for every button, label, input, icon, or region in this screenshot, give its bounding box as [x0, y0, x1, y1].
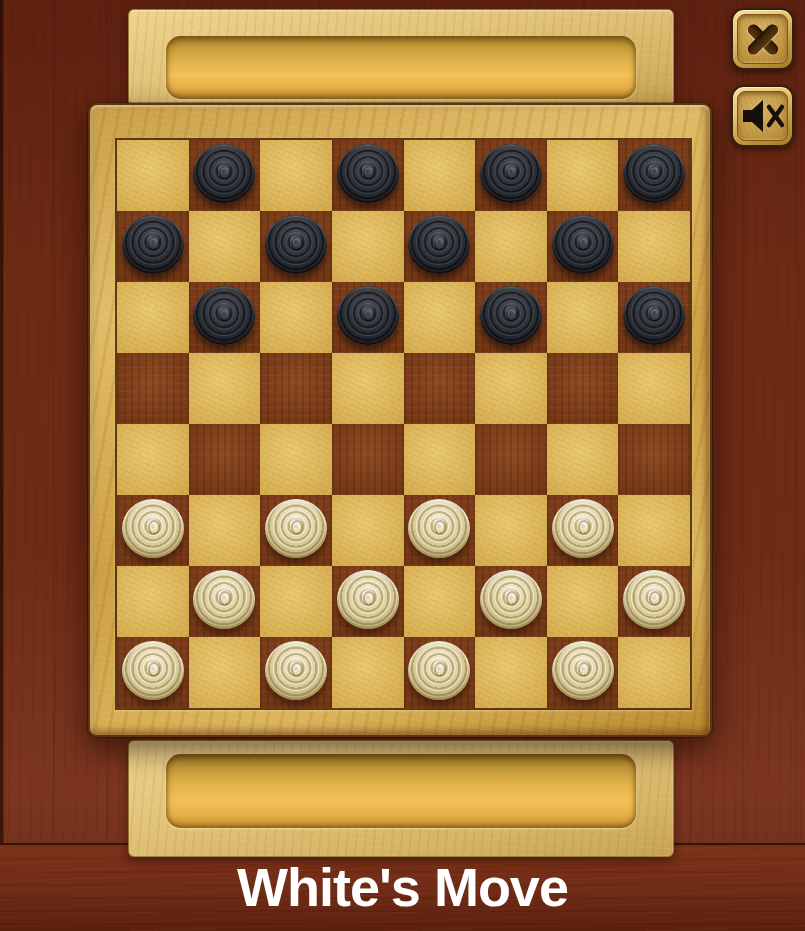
- square-r2c5[interactable]: [404, 211, 476, 282]
- black-piece[interactable]: [480, 286, 542, 345]
- square-r8c7[interactable]: [547, 637, 619, 708]
- square-r8c5[interactable]: [404, 637, 476, 708]
- white-piece[interactable]: [552, 641, 614, 700]
- black-piece[interactable]: [623, 144, 685, 203]
- square-r8c8: [618, 637, 690, 708]
- square-r5c4[interactable]: [332, 424, 404, 495]
- square-r6c3[interactable]: [260, 495, 332, 566]
- square-r4c3[interactable]: [260, 353, 332, 424]
- square-r7c6[interactable]: [475, 566, 547, 637]
- square-r1c4[interactable]: [332, 140, 404, 211]
- square-r8c4: [332, 637, 404, 708]
- black-piece[interactable]: [122, 215, 184, 274]
- white-piece[interactable]: [408, 499, 470, 558]
- square-r3c7: [547, 282, 619, 353]
- square-r7c5: [404, 566, 476, 637]
- square-r5c1: [117, 424, 189, 495]
- black-piece[interactable]: [265, 215, 327, 274]
- black-piece[interactable]: [623, 286, 685, 345]
- white-piece[interactable]: [337, 570, 399, 629]
- square-r3c6[interactable]: [475, 282, 547, 353]
- white-piece[interactable]: [122, 641, 184, 700]
- white-piece[interactable]: [193, 570, 255, 629]
- square-r3c5: [404, 282, 476, 353]
- square-r5c3: [260, 424, 332, 495]
- square-r6c2: [189, 495, 261, 566]
- square-r6c6: [475, 495, 547, 566]
- white-piece[interactable]: [265, 641, 327, 700]
- square-r7c7: [547, 566, 619, 637]
- square-r8c6: [475, 637, 547, 708]
- muted-speaker-icon: [740, 97, 786, 135]
- white-piece[interactable]: [122, 499, 184, 558]
- white-piece[interactable]: [408, 641, 470, 700]
- square-r2c2: [189, 211, 261, 282]
- square-r6c4: [332, 495, 404, 566]
- black-piece[interactable]: [337, 286, 399, 345]
- square-r7c1: [117, 566, 189, 637]
- square-r2c6: [475, 211, 547, 282]
- black-piece[interactable]: [193, 286, 255, 345]
- checkers-board: [88, 103, 712, 737]
- square-r3c1: [117, 282, 189, 353]
- square-r8c2: [189, 637, 261, 708]
- square-r5c6[interactable]: [475, 424, 547, 495]
- close-button[interactable]: [731, 8, 794, 70]
- square-r1c7: [547, 140, 619, 211]
- square-r4c1[interactable]: [117, 353, 189, 424]
- square-r5c8[interactable]: [618, 424, 690, 495]
- square-r3c2[interactable]: [189, 282, 261, 353]
- black-piece[interactable]: [408, 215, 470, 274]
- square-r6c1[interactable]: [117, 495, 189, 566]
- white-piece[interactable]: [265, 499, 327, 558]
- white-piece[interactable]: [552, 499, 614, 558]
- square-r2c7[interactable]: [547, 211, 619, 282]
- white-piece[interactable]: [623, 570, 685, 629]
- black-piece[interactable]: [480, 144, 542, 203]
- black-piece[interactable]: [337, 144, 399, 203]
- square-r4c7[interactable]: [547, 353, 619, 424]
- square-r7c2[interactable]: [189, 566, 261, 637]
- square-r4c2: [189, 353, 261, 424]
- white-piece[interactable]: [480, 570, 542, 629]
- captured-pieces-tray-top: [128, 9, 674, 107]
- tray-inset-top: [166, 36, 636, 99]
- square-r4c4: [332, 353, 404, 424]
- square-r2c4: [332, 211, 404, 282]
- square-r3c8[interactable]: [618, 282, 690, 353]
- square-r6c7[interactable]: [547, 495, 619, 566]
- square-r2c1[interactable]: [117, 211, 189, 282]
- square-r2c3[interactable]: [260, 211, 332, 282]
- square-r5c2[interactable]: [189, 424, 261, 495]
- square-r6c5[interactable]: [404, 495, 476, 566]
- square-r8c3[interactable]: [260, 637, 332, 708]
- square-r4c6: [475, 353, 547, 424]
- square-r1c8[interactable]: [618, 140, 690, 211]
- square-r7c8[interactable]: [618, 566, 690, 637]
- square-r4c5[interactable]: [404, 353, 476, 424]
- square-r6c8: [618, 495, 690, 566]
- square-r7c4[interactable]: [332, 566, 404, 637]
- tray-inset-bottom: [166, 754, 636, 828]
- mute-button[interactable]: [731, 85, 794, 147]
- square-r3c3: [260, 282, 332, 353]
- close-icon: [742, 18, 784, 60]
- board-grid: [115, 138, 692, 710]
- black-piece[interactable]: [193, 144, 255, 203]
- square-r8c1[interactable]: [117, 637, 189, 708]
- square-r1c3: [260, 140, 332, 211]
- square-r5c5: [404, 424, 476, 495]
- square-r5c7: [547, 424, 619, 495]
- square-r1c1: [117, 140, 189, 211]
- square-r4c8: [618, 353, 690, 424]
- square-r1c5: [404, 140, 476, 211]
- black-piece[interactable]: [552, 215, 614, 274]
- square-r2c8: [618, 211, 690, 282]
- square-r1c6[interactable]: [475, 140, 547, 211]
- square-r1c2[interactable]: [189, 140, 261, 211]
- square-r3c4[interactable]: [332, 282, 404, 353]
- captured-pieces-tray-bottom: [128, 740, 674, 857]
- square-r7c3: [260, 566, 332, 637]
- status-text: White's Move: [0, 856, 805, 918]
